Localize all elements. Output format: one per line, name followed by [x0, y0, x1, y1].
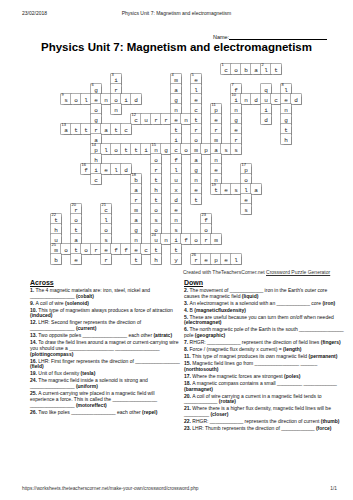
grid-cell: e	[191, 184, 201, 194]
clue-answer: (geographic)	[195, 332, 225, 338]
cell-letter: m	[171, 77, 181, 84]
cell-letter: m	[51, 247, 61, 254]
grid-cell: e	[241, 194, 251, 204]
clue-number: 11.	[184, 353, 192, 359]
cell-letter: a	[131, 187, 141, 194]
grid-cell: x	[171, 184, 181, 194]
cell-letter: e	[221, 187, 231, 194]
cell-letter: o	[241, 177, 251, 184]
cell-letter: o	[61, 247, 71, 254]
grid-cell: t	[121, 144, 131, 154]
grid-cell: t	[191, 194, 201, 204]
grid-cell: 2l	[261, 64, 271, 74]
cell-letter: a	[251, 187, 261, 194]
cell-letter: e	[211, 117, 221, 124]
cell-letter: e	[201, 257, 211, 264]
footer-url: https://worksheets.theteacherscorner.net…	[22, 486, 199, 491]
cell-letter: i	[91, 167, 101, 174]
grid-cell: t	[191, 114, 201, 124]
grid-cell: u	[171, 174, 181, 184]
clue-item: 6. The north magnetic pole of the Earth …	[184, 327, 344, 339]
grid-cell: n	[111, 104, 121, 114]
cell-letter: a	[191, 157, 201, 164]
cell-letter: c	[131, 117, 141, 124]
grid-cell: t	[81, 124, 91, 134]
cell-letter: l	[101, 217, 111, 224]
grid-cell: e	[211, 164, 221, 174]
cell-letter: n	[171, 107, 181, 114]
grid-cell: n	[281, 104, 291, 114]
clue-item: 24. The magnetic field inside a solenoid…	[30, 378, 180, 390]
grid-cell: n	[161, 234, 171, 244]
clue-number: 8.	[184, 346, 190, 352]
grid-cell: 8l	[281, 84, 291, 94]
cell-letter: r	[101, 257, 111, 264]
grid-cell: r	[111, 84, 121, 94]
cell-letter: n	[241, 97, 251, 104]
cell-letter: t	[191, 117, 201, 124]
clue-answer: (cobalt)	[76, 293, 94, 299]
grid-cell: s	[231, 184, 241, 194]
cell-letter: m	[191, 147, 201, 154]
cell-letter: l	[81, 97, 91, 104]
grid-cell: 24u	[151, 234, 161, 244]
grid-cell: h	[51, 224, 61, 234]
cell-letter: t	[111, 127, 121, 134]
cell-letter: n	[111, 107, 121, 114]
clue-number: 1.	[30, 287, 36, 293]
cell-letter: r	[71, 207, 81, 214]
clue-number: 25.	[30, 390, 38, 396]
clue-number: 20.	[184, 393, 192, 399]
cell-letter: b	[241, 67, 251, 74]
grid-cell: b	[241, 64, 251, 74]
grid-cell: s	[221, 144, 231, 154]
clue-item: 12. LHR: Second finger represents the di…	[30, 320, 180, 332]
down-header: Down	[184, 280, 344, 286]
grid-cell: 3i	[111, 74, 121, 84]
cell-letter: o	[151, 207, 161, 214]
grid-cell: o	[101, 224, 111, 234]
grid-cell: s	[241, 204, 251, 214]
cell-letter: f	[201, 217, 211, 224]
cell-letter: t	[171, 127, 181, 134]
cell-letter: d	[171, 197, 181, 204]
grid-cell: e	[171, 204, 181, 214]
cell-letter: i	[111, 77, 121, 84]
cell-letter: r	[191, 127, 201, 134]
cell-letter: e	[281, 97, 291, 104]
grid-cell: 5e	[191, 74, 201, 84]
grid-cell: r	[101, 254, 111, 264]
grid-cell: o	[151, 204, 161, 214]
cell-letter: l	[171, 167, 181, 174]
grid-cell: a	[131, 184, 141, 194]
cell-letter: d	[261, 117, 271, 124]
cell-letter: h	[151, 187, 161, 194]
grid-cell: h	[151, 184, 161, 194]
cell-letter: t	[171, 247, 181, 254]
cell-letter: g	[161, 147, 171, 154]
grid-cell: g	[131, 224, 141, 234]
cell-letter: a	[171, 87, 181, 94]
clue-item: 21. Where there is a higher flux density…	[184, 406, 344, 418]
grid-cell: n	[241, 94, 251, 104]
cell-letter: u	[151, 237, 161, 244]
cell-letter: f	[111, 247, 121, 254]
cell-letter: r	[161, 117, 171, 124]
grid-cell: h	[281, 134, 291, 144]
grid-cell: e	[101, 164, 111, 174]
cell-letter: l	[231, 257, 241, 264]
grid-cell: 20r	[71, 204, 81, 214]
cell-letter: l	[101, 147, 111, 154]
clue-item: 16. LHR: First finger represents the dir…	[30, 359, 180, 371]
clue-answer: (thumb)	[321, 418, 340, 424]
grid-cell: g	[161, 144, 171, 154]
cell-letter: i	[171, 237, 181, 244]
cell-letter: t	[211, 187, 221, 194]
cell-letter: t	[121, 147, 131, 154]
grid-cell: g	[281, 114, 291, 124]
cell-letter: s	[61, 97, 71, 104]
cell-letter: o	[191, 137, 201, 144]
grid-cell: e	[191, 94, 201, 104]
cell-letter: d	[121, 167, 131, 174]
cell-letter: p	[211, 107, 221, 114]
clue-number: 23.	[184, 425, 192, 431]
generator-link[interactable]: Crossword Puzzle Generator	[266, 269, 330, 275]
clue-answer: (motoreffect)	[76, 402, 107, 408]
clue-answer: (current)	[76, 325, 97, 331]
cell-letter: s	[241, 207, 251, 214]
clue-answer: (fingers)	[321, 339, 341, 345]
cell-letter: o	[151, 157, 161, 164]
across-list: 1. The 4 magnetic materials are: iron, s…	[30, 288, 180, 416]
cell-letter: l	[241, 187, 251, 194]
grid-cell: a	[131, 214, 141, 224]
clue-number: 12.	[30, 319, 38, 325]
cell-letter: t	[51, 217, 61, 224]
grid-cell: r	[161, 114, 171, 124]
cell-letter: o	[231, 67, 241, 74]
grid-cell: 10i	[231, 94, 241, 104]
grid-cell: l	[101, 144, 111, 154]
grid-cell: o	[241, 174, 251, 184]
cell-letter: l	[281, 87, 291, 94]
grid-cell: e	[101, 244, 111, 254]
cell-letter: h	[91, 157, 101, 164]
grid-cell: 1c	[221, 64, 231, 74]
cell-letter: l	[261, 67, 271, 74]
grid-cell: t	[151, 244, 161, 254]
cell-letter: r	[131, 197, 141, 204]
grid-cell: e	[71, 254, 81, 264]
grid-cell: a	[71, 234, 81, 244]
clue-item: 25. A current-carrying wire placed in a …	[30, 391, 180, 408]
cell-letter: d	[131, 97, 141, 104]
cell-letter: e	[171, 207, 181, 214]
grid-cell: 17p	[241, 164, 251, 174]
clue-number: 21.	[184, 405, 192, 411]
cell-letter: t	[81, 127, 91, 134]
cell-letter: i	[231, 97, 241, 104]
footer-page-number: 1/1	[330, 486, 337, 491]
cell-letter: g	[131, 227, 141, 234]
clue-item: 4. B (magneticfluxdensity)	[184, 308, 344, 314]
grid-cell: t	[71, 124, 81, 134]
cell-letter: m	[211, 237, 221, 244]
grid-cell: m	[211, 134, 221, 144]
clue-item: 17. Where the magnetic forces are strong…	[184, 374, 344, 380]
cell-letter: o	[201, 227, 211, 234]
cell-letter: g	[171, 97, 181, 104]
grid-cell: r	[91, 244, 101, 254]
cell-letter: t	[131, 257, 141, 264]
cell-letter: n	[131, 237, 141, 244]
grid-cell: r	[231, 134, 241, 144]
cell-letter: r	[151, 167, 161, 174]
cell-letter: q	[261, 87, 271, 94]
cell-letter: c	[141, 247, 151, 254]
cell-letter: r	[201, 237, 211, 244]
grid-cell: o	[191, 134, 201, 144]
grid-cell: r	[211, 124, 221, 134]
clue-answer: (tesla)	[81, 370, 96, 376]
cell-letter: m	[211, 137, 221, 144]
grid-cell: t	[171, 124, 181, 134]
cell-letter: t	[281, 127, 291, 134]
grid-cell: y	[171, 254, 181, 264]
grid-cell: c	[171, 144, 181, 154]
cell-letter: f	[121, 247, 131, 254]
grid-cell: t	[151, 194, 161, 204]
cell-letter: c	[121, 127, 131, 134]
grid-cell: t	[71, 224, 81, 234]
name-blank-line	[229, 33, 327, 40]
cell-letter: d	[251, 97, 261, 104]
cell-letter: o	[111, 97, 121, 104]
grid-cell: l	[231, 254, 241, 264]
grid-cell: g	[91, 114, 101, 124]
across-header: Across	[30, 280, 180, 286]
grid-cell: l	[111, 164, 121, 174]
grid-cell: q	[261, 84, 271, 94]
grid-cell: o	[91, 104, 101, 114]
grid-cell: p	[201, 144, 211, 154]
cell-letter: o	[191, 237, 201, 244]
cell-letter: f	[81, 167, 91, 174]
cell-letter: b	[51, 257, 61, 264]
grid-cell: t	[71, 244, 81, 254]
page-title: Physics Unit 7: Magnetism and electromag…	[0, 41, 353, 53]
grid-cell: a	[251, 64, 261, 74]
cell-letter: n	[101, 97, 111, 104]
cell-letter: e	[101, 167, 111, 174]
across-column: Across 1. The 4 magnetic materials are: …	[30, 280, 180, 417]
cell-letter: c	[91, 177, 101, 184]
cell-letter: f	[181, 237, 191, 244]
grid-cell: c	[271, 94, 281, 104]
clue-item: 5. These are useful because you can turn…	[184, 315, 344, 327]
grid-cell: f	[171, 154, 181, 164]
cell-letter: s	[151, 217, 161, 224]
grid-cell: f	[121, 244, 131, 254]
grid-cell: s	[151, 214, 161, 224]
grid-cell: t	[131, 254, 141, 264]
grid-cell: i	[91, 164, 101, 174]
cell-letter: u	[141, 117, 151, 124]
grid-cell: n	[171, 214, 181, 224]
clue-answer: (liquid)	[242, 293, 259, 299]
grid-cell: i	[171, 234, 181, 244]
cell-letter: e	[101, 247, 111, 254]
cell-letter: o	[91, 107, 101, 114]
cell-letter: r	[211, 127, 221, 134]
grid-cell: a	[171, 84, 181, 94]
cell-letter: i	[141, 147, 151, 154]
cell-letter: e	[191, 77, 201, 84]
cell-letter: c	[191, 107, 201, 114]
grid-cell: f	[111, 244, 121, 254]
cell-letter: e	[171, 117, 181, 124]
cell-letter: n	[171, 217, 181, 224]
grid-cell: l	[171, 164, 181, 174]
clue-number: 19.	[30, 370, 38, 376]
cell-letter: s	[221, 147, 231, 154]
grid-cell: o	[151, 154, 161, 164]
cell-letter: s	[231, 187, 241, 194]
clue-number: 24.	[30, 377, 38, 383]
cell-letter: n	[151, 147, 161, 154]
grid-cell: 22t	[51, 214, 61, 224]
clue-item: 11. This type of magnet produces its own…	[184, 354, 344, 360]
clue-answer: (barmagnet)	[184, 386, 213, 392]
clue-number: 3.	[184, 300, 190, 306]
cell-letter: o	[111, 147, 121, 154]
cell-letter: l	[111, 167, 121, 174]
grid-cell: a	[101, 124, 111, 134]
clue-item: 20. A coil of wire carrying a current in…	[184, 394, 344, 406]
grid-cell: n	[171, 104, 181, 114]
cell-letter: r	[91, 127, 101, 134]
cell-letter: p	[211, 257, 221, 264]
grid-cell: m	[211, 234, 221, 244]
grid-cell: s	[101, 234, 111, 244]
grid-cell: d	[131, 94, 141, 104]
name-row: Name:	[213, 33, 327, 40]
grid-cell: n	[181, 114, 191, 124]
clue-item: 15. Magnetic field lines go from _______…	[184, 361, 344, 373]
cell-letter: e	[211, 167, 221, 174]
grid-cell: n	[231, 104, 241, 114]
cell-letter: t	[191, 197, 201, 204]
grid-cell: i	[171, 134, 181, 144]
grid-cell: d	[261, 114, 271, 124]
cell-letter: n	[281, 107, 291, 114]
grid-cell: l	[81, 94, 91, 104]
cell-letter: e	[241, 197, 251, 204]
grid-cell: t	[131, 144, 141, 154]
grid-cell: l	[241, 184, 251, 194]
cell-letter: o	[101, 227, 111, 234]
grid-cell: u	[261, 94, 271, 104]
grid-cell: n	[131, 234, 141, 244]
grid-cell: 6g	[91, 84, 101, 94]
clue-item: 9. A coil of wire (solenoid)	[30, 301, 180, 307]
grid-cell: t	[111, 124, 121, 134]
clue-answer: (permanent)	[309, 353, 338, 359]
clue-item: 8. Force / (magnetic flux density x curr…	[184, 347, 344, 353]
cell-letter: x	[171, 187, 181, 194]
cell-letter: n	[161, 237, 171, 244]
grid-cell: b	[51, 254, 61, 264]
cell-letter: p	[241, 167, 251, 174]
cell-letter: r	[231, 137, 241, 144]
clue-answer: (northtosouth)	[184, 366, 218, 372]
grid-cell: e	[221, 254, 231, 264]
grid-cell: r	[91, 124, 101, 134]
grid-cell: o	[81, 244, 91, 254]
clue-answer: (poles)	[284, 373, 300, 379]
clue-number: 9.	[30, 300, 36, 306]
grid-cell: e	[281, 94, 291, 104]
grid-cell: 13a	[61, 124, 71, 134]
cell-letter: r	[111, 87, 121, 94]
cell-letter: r	[191, 257, 201, 264]
grid-cell: s	[231, 144, 241, 154]
cell-letter: a	[71, 237, 81, 244]
cell-letter: i	[171, 137, 181, 144]
grid-cell: e	[131, 244, 141, 254]
grid-cell: r	[191, 124, 201, 134]
grid-cell: p	[211, 254, 221, 264]
grid-cell: d	[121, 164, 131, 174]
clue-answer: (electromagnet)	[184, 319, 222, 325]
cell-letter: g	[91, 117, 101, 124]
grid-cell: m	[131, 204, 141, 214]
clue-answer: (rotate)	[219, 398, 236, 404]
crossword-grid: 1coba2lt3i4m5e6gral7fq8l9solenoidge10ind…	[51, 64, 301, 264]
grid-cell: h	[91, 154, 101, 164]
grid-cell: o	[231, 64, 241, 74]
cell-letter: e	[191, 97, 201, 104]
caption-prefix: Created with TheTeachersCorner.net	[183, 269, 266, 275]
grid-cell: c	[121, 124, 131, 134]
grid-cell: o	[71, 94, 81, 104]
cell-letter: o	[181, 147, 191, 154]
cell-letter: t	[151, 247, 161, 254]
grid-cell: t	[171, 244, 181, 254]
cell-letter: t	[131, 147, 141, 154]
grid-cell: h	[151, 254, 161, 264]
grid-cell: a	[211, 144, 221, 154]
grid-cell: n	[101, 94, 111, 104]
clue-answer: (closer)	[210, 411, 228, 417]
grid-cell: t	[271, 64, 281, 74]
grid-cell: t	[281, 124, 291, 134]
grid-cell: o	[181, 144, 191, 154]
cell-letter: t	[71, 247, 81, 254]
clue-number: 22.	[184, 418, 192, 424]
grid-cell: c	[191, 104, 201, 114]
grid-cell: e	[201, 254, 211, 264]
grid-cell: e	[91, 94, 101, 104]
grid-cell: 12c	[131, 114, 141, 124]
clue-item: 18. A magnetic compass contains a small …	[184, 381, 344, 393]
cell-letter: c	[171, 147, 181, 154]
grid-cell: 21c	[101, 204, 111, 214]
